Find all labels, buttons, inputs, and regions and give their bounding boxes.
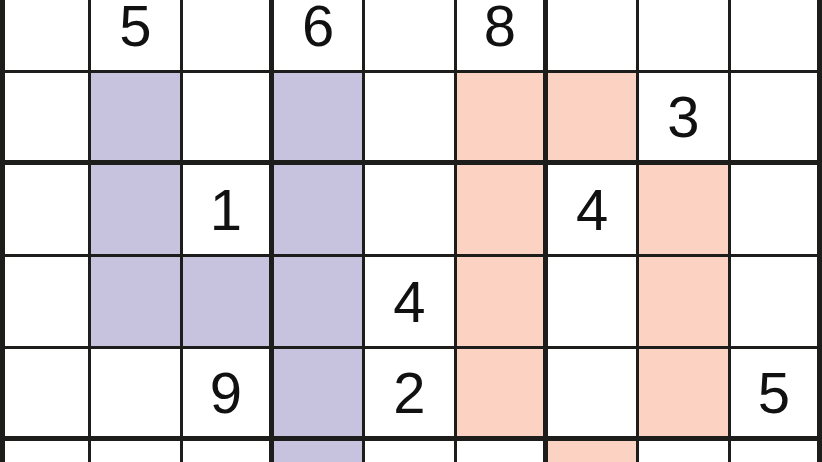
sudoku-cell[interactable] [457, 165, 548, 257]
sudoku-cell[interactable] [731, 0, 822, 73]
sudoku-cell[interactable]: 6 [274, 0, 365, 73]
sudoku-cell[interactable] [639, 0, 730, 73]
sudoku-cell[interactable] [0, 165, 91, 257]
sudoku-cell[interactable] [639, 441, 730, 462]
sudoku-cell[interactable] [731, 257, 822, 349]
sudoku-cell[interactable] [91, 349, 182, 441]
sudoku-cell[interactable] [0, 257, 91, 349]
sudoku-cell[interactable] [548, 73, 639, 165]
sudoku-cell[interactable] [457, 73, 548, 165]
sudoku-cell[interactable] [274, 165, 365, 257]
sudoku-cell[interactable] [183, 257, 274, 349]
sudoku-cell[interactable] [183, 0, 274, 73]
sudoku-cell[interactable] [457, 349, 548, 441]
sudoku-cell[interactable] [91, 165, 182, 257]
sudoku-cell[interactable] [548, 349, 639, 441]
sudoku-cell[interactable] [365, 165, 456, 257]
sudoku-cell[interactable]: 8 [457, 0, 548, 73]
sudoku-cell[interactable] [457, 257, 548, 349]
sudoku-cell[interactable] [183, 441, 274, 462]
sudoku-cell[interactable]: 5 [91, 0, 182, 73]
sudoku-cell[interactable] [0, 0, 91, 73]
sudoku-cell[interactable] [274, 73, 365, 165]
sudoku-cell[interactable]: 1 [183, 165, 274, 257]
sudoku-cell[interactable]: 4 [365, 257, 456, 349]
sudoku-cell[interactable] [91, 441, 182, 462]
sudoku-cell[interactable] [365, 441, 456, 462]
sudoku-cell[interactable] [0, 349, 91, 441]
sudoku-cell[interactable] [731, 73, 822, 165]
sudoku-cell[interactable] [548, 257, 639, 349]
sudoku-cell[interactable] [639, 165, 730, 257]
sudoku-cell[interactable]: 4 [548, 165, 639, 257]
sudoku-cell[interactable] [183, 73, 274, 165]
sudoku-cell[interactable] [548, 441, 639, 462]
sudoku-cell[interactable] [731, 165, 822, 257]
sudoku-cell[interactable] [91, 73, 182, 165]
sudoku-cell[interactable]: 2 [365, 349, 456, 441]
sudoku-cell[interactable] [0, 441, 91, 462]
sudoku-cell[interactable] [91, 257, 182, 349]
sudoku-cell[interactable] [365, 73, 456, 165]
sudoku-cell[interactable]: 5 [731, 349, 822, 441]
sudoku-cell[interactable] [365, 0, 456, 73]
sudoku-cell[interactable] [274, 441, 365, 462]
sudoku-cell[interactable] [731, 441, 822, 462]
sudoku-cell[interactable] [457, 441, 548, 462]
sudoku-cell[interactable] [274, 257, 365, 349]
sudoku-board: 5683144925 [0, 0, 822, 462]
sudoku-cell[interactable]: 9 [183, 349, 274, 441]
sudoku-cell[interactable] [548, 0, 639, 73]
sudoku-cell[interactable] [639, 349, 730, 441]
sudoku-cell[interactable] [0, 73, 91, 165]
sudoku-cell[interactable]: 3 [639, 73, 730, 165]
sudoku-grid: 5683144925 [0, 0, 822, 462]
sudoku-cell[interactable] [639, 257, 730, 349]
sudoku-cell[interactable] [274, 349, 365, 441]
